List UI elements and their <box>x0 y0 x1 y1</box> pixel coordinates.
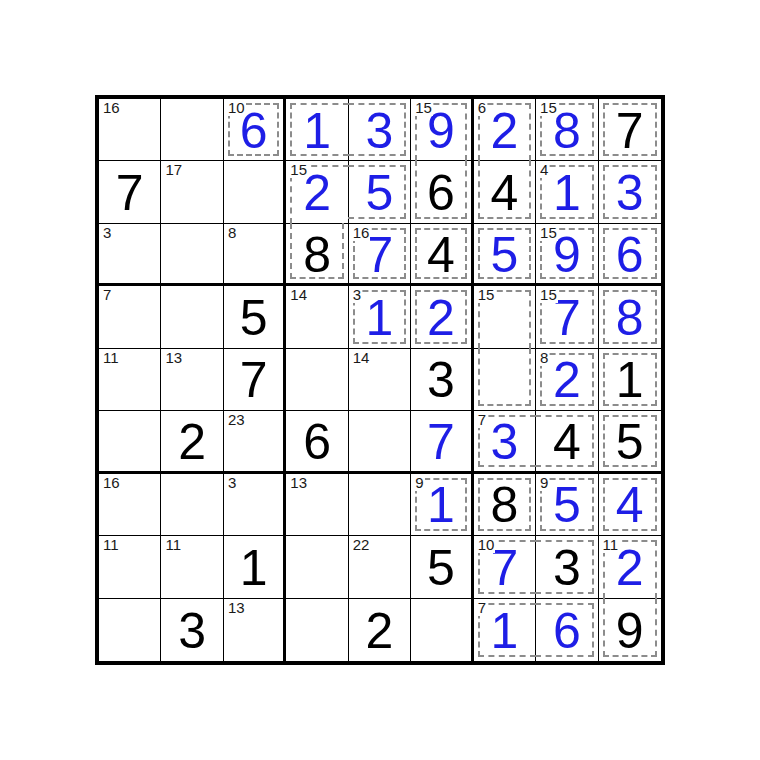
cell-r1c8[interactable]: 158 <box>536 99 598 161</box>
cell-r5c2[interactable]: 13 <box>161 349 223 411</box>
cell-r8c8[interactable]: 3 <box>536 536 598 598</box>
cell-value: 8 <box>490 480 518 530</box>
cell-r4c6[interactable]: 2 <box>411 286 473 348</box>
cell-r5c9[interactable]: 1 <box>599 349 661 411</box>
cage-sum-clue: 11 <box>102 537 120 553</box>
cell-r3c9[interactable]: 6 <box>599 224 661 286</box>
cell-r1c2[interactable] <box>161 99 223 161</box>
cage-sum-clue: 10 <box>477 537 496 553</box>
cell-r1c9[interactable]: 7 <box>599 99 661 161</box>
cell-r6c2[interactable]: 2 <box>161 411 223 473</box>
cell-value: 6 <box>427 168 455 218</box>
cell-r8c4[interactable] <box>286 536 348 598</box>
cell-value: 1 <box>553 168 581 218</box>
cell-value: 1 <box>427 480 455 530</box>
cell-r2c8[interactable]: 41 <box>536 161 598 223</box>
cell-r8c2[interactable]: 11 <box>161 536 223 598</box>
cell-r4c7[interactable]: 15 <box>474 286 536 348</box>
cell-r2c1[interactable]: 7 <box>99 161 161 223</box>
cell-r5c7[interactable] <box>474 349 536 411</box>
cell-r5c1[interactable]: 11 <box>99 349 161 411</box>
cell-value: 2 <box>427 293 455 343</box>
cell-value: 3 <box>178 606 206 656</box>
cell-r9c7[interactable]: 71 <box>474 599 536 661</box>
cage-sum-clue: 8 <box>227 225 237 241</box>
cell-value: 3 <box>366 106 394 156</box>
cage-sum-clue: 15 <box>477 287 496 303</box>
cage-sum-clue: 15 <box>539 225 558 241</box>
cage-sum-clue: 13 <box>164 350 183 366</box>
cell-r3c2[interactable] <box>161 224 223 286</box>
cell-r7c1[interactable]: 16 <box>99 474 161 536</box>
cage-sum-clue: 9 <box>539 475 549 491</box>
cell-value: 6 <box>553 606 581 656</box>
cell-r6c1[interactable] <box>99 411 161 473</box>
cell-r9c9[interactable]: 9 <box>599 599 661 661</box>
cage-sum-clue: 14 <box>352 350 371 366</box>
cell-r6c4[interactable]: 6 <box>286 411 348 473</box>
cell-value: 6 <box>303 417 331 467</box>
cell-r3c1[interactable]: 3 <box>99 224 161 286</box>
cage-sum-clue: 22 <box>352 537 371 553</box>
cell-value: 5 <box>553 480 581 530</box>
cage-sum-clue: 8 <box>539 350 549 366</box>
cell-r2c2[interactable]: 17 <box>161 161 223 223</box>
cell-value: 5 <box>427 543 455 593</box>
cell-value: 4 <box>553 417 581 467</box>
cell-value: 4 <box>427 230 455 280</box>
cell-r3c7[interactable]: 5 <box>474 224 536 286</box>
cage-sum-clue: 14 <box>289 287 308 303</box>
cell-value: 1 <box>240 543 268 593</box>
cell-r7c9[interactable]: 4 <box>599 474 661 536</box>
cell-r6c5[interactable] <box>349 411 411 473</box>
cell-r9c2[interactable]: 3 <box>161 599 223 661</box>
cage-sum-clue: 15 <box>289 162 308 178</box>
cell-r6c6[interactable]: 7 <box>411 411 473 473</box>
killer-sudoku-board: 1610613159621587717152564413388167451596… <box>95 95 665 665</box>
cell-r6c3[interactable]: 23 <box>224 411 286 473</box>
cell-value: 7 <box>116 168 144 218</box>
cell-r1c1[interactable]: 16 <box>99 99 161 161</box>
cell-value: 7 <box>240 355 268 405</box>
cell-value: 7 <box>616 106 644 156</box>
cell-r5c4[interactable] <box>286 349 348 411</box>
cell-r9c1[interactable] <box>99 599 161 661</box>
cell-r8c9[interactable]: 112 <box>599 536 661 598</box>
cell-r3c5[interactable]: 167 <box>349 224 411 286</box>
cell-value: 2 <box>366 606 394 656</box>
cage-sum-clue: 11 <box>102 350 120 366</box>
cell-value: 3 <box>490 417 518 467</box>
cell-value: 5 <box>616 417 644 467</box>
cell-r4c3[interactable]: 5 <box>224 286 286 348</box>
cell-value: 1 <box>366 293 394 343</box>
cage-sum-clue: 13 <box>289 475 308 491</box>
cell-value: 1 <box>490 606 518 656</box>
cell-r2c3[interactable] <box>224 161 286 223</box>
cell-value: 5 <box>240 293 268 343</box>
cage-sum-clue: 11 <box>602 537 620 553</box>
cell-r2c6[interactable]: 6 <box>411 161 473 223</box>
cell-r2c4[interactable]: 152 <box>286 161 348 223</box>
cell-value: 1 <box>616 355 644 405</box>
cell-value: 6 <box>616 230 644 280</box>
cell-r8c7[interactable]: 107 <box>474 536 536 598</box>
cage-sum-clue: 16 <box>102 100 121 116</box>
cage-sum-clue: 9 <box>414 475 424 491</box>
cell-r7c8[interactable]: 95 <box>536 474 598 536</box>
cell-r7c7[interactable]: 8 <box>474 474 536 536</box>
cell-r6c7[interactable]: 73 <box>474 411 536 473</box>
cell-value: 5 <box>490 230 518 280</box>
cell-r7c6[interactable]: 91 <box>411 474 473 536</box>
cell-r9c6[interactable] <box>411 599 473 661</box>
cage-sum-clue: 15 <box>539 100 558 116</box>
cell-r9c3[interactable]: 13 <box>224 599 286 661</box>
cell-r2c5[interactable]: 5 <box>349 161 411 223</box>
cell-r9c5[interactable]: 2 <box>349 599 411 661</box>
cell-value: 8 <box>303 230 331 280</box>
cell-r3c8[interactable]: 159 <box>536 224 598 286</box>
cell-value: 9 <box>616 606 644 656</box>
cage-sum-clue: 7 <box>477 412 487 428</box>
cell-r5c6[interactable]: 3 <box>411 349 473 411</box>
cell-value: 3 <box>427 355 455 405</box>
cell-r1c7[interactable]: 62 <box>474 99 536 161</box>
cell-r5c8[interactable]: 82 <box>536 349 598 411</box>
cell-value: 2 <box>490 106 518 156</box>
cell-value: 2 <box>616 543 644 593</box>
cell-r3c4[interactable]: 8 <box>286 224 348 286</box>
cage-sum-clue: 10 <box>227 100 246 116</box>
cell-r8c1[interactable]: 11 <box>99 536 161 598</box>
cell-r7c5[interactable] <box>349 474 411 536</box>
cage-sum-clue: 6 <box>477 100 487 116</box>
cage-sum-clue: 15 <box>414 100 433 116</box>
cage-sum-clue: 16 <box>102 475 121 491</box>
cage-sum-clue: 7 <box>102 287 112 303</box>
cell-r1c5[interactable]: 3 <box>349 99 411 161</box>
cell-r9c8[interactable]: 6 <box>536 599 598 661</box>
cell-r4c2[interactable] <box>161 286 223 348</box>
cell-r7c3[interactable]: 3 <box>224 474 286 536</box>
cage-sum-clue: 16 <box>352 225 371 241</box>
cell-r4c5[interactable]: 31 <box>349 286 411 348</box>
cell-r6c9[interactable]: 5 <box>599 411 661 473</box>
cage-sum-clue: 3 <box>102 225 112 241</box>
cell-r9c4[interactable] <box>286 599 348 661</box>
cell-r2c7[interactable]: 4 <box>474 161 536 223</box>
cell-value: 8 <box>616 293 644 343</box>
cage-sum-clue: 13 <box>227 600 246 616</box>
cell-value: 3 <box>553 543 581 593</box>
cage-sum-clue: 11 <box>164 537 182 553</box>
cage-sum-clue: 7 <box>477 600 487 616</box>
cell-value: 7 <box>427 417 455 467</box>
cell-r3c3[interactable]: 8 <box>224 224 286 286</box>
cage-sum-clue: 3 <box>352 287 362 303</box>
cell-r6c8[interactable]: 4 <box>536 411 598 473</box>
cell-r8c3[interactable]: 1 <box>224 536 286 598</box>
cage-sum-clue: 3 <box>227 475 237 491</box>
cell-r5c3[interactable]: 7 <box>224 349 286 411</box>
cell-r4c1[interactable]: 7 <box>99 286 161 348</box>
cell-r1c4[interactable]: 1 <box>286 99 348 161</box>
cage-sum-clue: 4 <box>539 162 549 178</box>
cell-r4c4[interactable]: 14 <box>286 286 348 348</box>
cage-sum-clue: 23 <box>227 412 246 428</box>
cell-r3c6[interactable]: 4 <box>411 224 473 286</box>
cell-r8c5[interactable]: 22 <box>349 536 411 598</box>
cell-r1c3[interactable]: 106 <box>224 99 286 161</box>
cell-value: 5 <box>366 168 394 218</box>
cage-dash-outline <box>478 348 531 406</box>
cell-r1c6[interactable]: 159 <box>411 99 473 161</box>
cell-r8c6[interactable]: 5 <box>411 536 473 598</box>
cell-value: 1 <box>303 106 331 156</box>
cell-value: 3 <box>616 168 644 218</box>
cell-r5c5[interactable]: 14 <box>349 349 411 411</box>
cell-value: 2 <box>178 417 206 467</box>
cell-r4c9[interactable]: 8 <box>599 286 661 348</box>
cell-r7c2[interactable] <box>161 474 223 536</box>
cell-value: 4 <box>490 168 518 218</box>
cell-value: 2 <box>553 355 581 405</box>
cell-r4c8[interactable]: 157 <box>536 286 598 348</box>
cage-sum-clue: 17 <box>164 162 183 178</box>
cell-value: 4 <box>616 480 644 530</box>
cell-r2c9[interactable]: 3 <box>599 161 661 223</box>
cage-sum-clue: 15 <box>539 287 558 303</box>
cell-r7c4[interactable]: 13 <box>286 474 348 536</box>
